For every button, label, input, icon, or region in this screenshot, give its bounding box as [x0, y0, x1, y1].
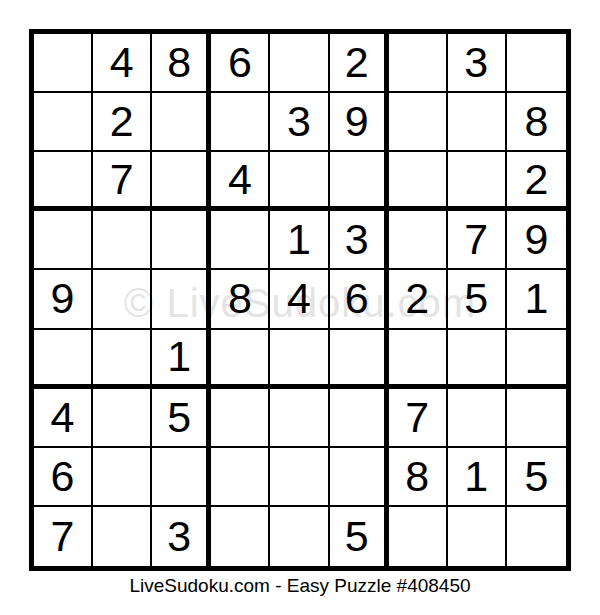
cell-r4c7[interactable] [389, 211, 448, 270]
cell-r3c6[interactable] [330, 152, 389, 211]
cell-r4c1[interactable] [34, 211, 93, 270]
cell-r7c9[interactable] [507, 389, 566, 448]
cell-r7c7[interactable]: 7 [389, 389, 448, 448]
cell-r1c2[interactable]: 4 [93, 34, 152, 93]
cell-r7c4[interactable] [211, 389, 270, 448]
cell-r4c6[interactable]: 3 [330, 211, 389, 270]
cell-r8c2[interactable] [93, 448, 152, 507]
cell-r9c5[interactable] [270, 507, 329, 566]
cell-r1c1[interactable] [34, 34, 93, 93]
cell-r2c4[interactable] [211, 93, 270, 152]
cell-r4c4[interactable] [211, 211, 270, 270]
cell-r5c2[interactable] [93, 270, 152, 329]
cell-r9c3[interactable]: 3 [152, 507, 211, 566]
cell-r2c3[interactable] [152, 93, 211, 152]
cell-r4c9[interactable]: 9 [507, 211, 566, 270]
cell-r1c9[interactable] [507, 34, 566, 93]
cell-r8c5[interactable] [270, 448, 329, 507]
cell-r9c7[interactable] [389, 507, 448, 566]
cell-r8c6[interactable] [330, 448, 389, 507]
cell-r3c1[interactable] [34, 152, 93, 211]
cell-r3c7[interactable] [389, 152, 448, 211]
cell-r3c2[interactable]: 7 [93, 152, 152, 211]
cell-r9c9[interactable] [507, 507, 566, 566]
cell-r4c2[interactable] [93, 211, 152, 270]
cell-r8c7[interactable]: 8 [389, 448, 448, 507]
cell-r9c4[interactable] [211, 507, 270, 566]
cell-r5c9[interactable]: 1 [507, 270, 566, 329]
cell-r3c3[interactable] [152, 152, 211, 211]
cell-r5c5[interactable]: 4 [270, 270, 329, 329]
cell-r6c1[interactable] [34, 330, 93, 389]
cell-r7c6[interactable] [330, 389, 389, 448]
cell-r1c8[interactable]: 3 [448, 34, 507, 93]
cell-r9c8[interactable] [448, 507, 507, 566]
cell-r9c1[interactable]: 7 [34, 507, 93, 566]
cell-r7c8[interactable] [448, 389, 507, 448]
cell-r8c4[interactable] [211, 448, 270, 507]
cell-r3c4[interactable]: 4 [211, 152, 270, 211]
cell-r6c8[interactable] [448, 330, 507, 389]
cell-r1c3[interactable]: 8 [152, 34, 211, 93]
cell-r5c1[interactable]: 9 [34, 270, 93, 329]
cell-r5c8[interactable]: 5 [448, 270, 507, 329]
cell-r2c2[interactable]: 2 [93, 93, 152, 152]
cell-r7c5[interactable] [270, 389, 329, 448]
cell-r6c6[interactable] [330, 330, 389, 389]
cell-r8c9[interactable]: 5 [507, 448, 566, 507]
cell-r7c3[interactable]: 5 [152, 389, 211, 448]
cell-r3c5[interactable] [270, 152, 329, 211]
page: © LiveSudoku.com 48623239874213799846251… [0, 0, 600, 615]
cell-r6c5[interactable] [270, 330, 329, 389]
cell-r5c3[interactable] [152, 270, 211, 329]
cell-r1c5[interactable] [270, 34, 329, 93]
sudoku-board: © LiveSudoku.com 48623239874213799846251… [29, 29, 571, 571]
cell-r8c3[interactable] [152, 448, 211, 507]
cell-r9c2[interactable] [93, 507, 152, 566]
cell-r2c1[interactable] [34, 93, 93, 152]
cell-r5c6[interactable]: 6 [330, 270, 389, 329]
cell-r6c3[interactable]: 1 [152, 330, 211, 389]
cell-r3c8[interactable] [448, 152, 507, 211]
cell-r8c8[interactable]: 1 [448, 448, 507, 507]
cell-r6c4[interactable] [211, 330, 270, 389]
cell-r6c2[interactable] [93, 330, 152, 389]
cell-r7c2[interactable] [93, 389, 152, 448]
cell-r2c7[interactable] [389, 93, 448, 152]
cell-r2c8[interactable] [448, 93, 507, 152]
cell-r1c4[interactable]: 6 [211, 34, 270, 93]
cell-r5c7[interactable]: 2 [389, 270, 448, 329]
cell-r6c7[interactable] [389, 330, 448, 389]
cell-r4c8[interactable]: 7 [448, 211, 507, 270]
cell-r6c9[interactable] [507, 330, 566, 389]
cell-r4c5[interactable]: 1 [270, 211, 329, 270]
cell-r4c3[interactable] [152, 211, 211, 270]
caption: LiveSudoku.com - Easy Puzzle #408450 [0, 575, 600, 597]
cell-r8c1[interactable]: 6 [34, 448, 93, 507]
cell-r3c9[interactable]: 2 [507, 152, 566, 211]
cell-r2c6[interactable]: 9 [330, 93, 389, 152]
cell-r7c1[interactable]: 4 [34, 389, 93, 448]
cell-r5c4[interactable]: 8 [211, 270, 270, 329]
cell-r1c6[interactable]: 2 [330, 34, 389, 93]
cell-r1c7[interactable] [389, 34, 448, 93]
cell-r2c9[interactable]: 8 [507, 93, 566, 152]
cell-r2c5[interactable]: 3 [270, 93, 329, 152]
cell-r9c6[interactable]: 5 [330, 507, 389, 566]
